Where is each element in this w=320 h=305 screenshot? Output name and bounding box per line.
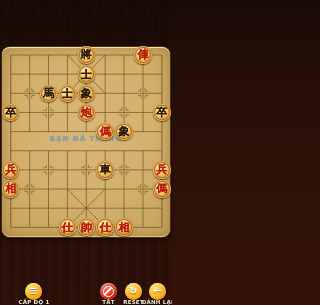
piece-black-馬[interactable]: 馬 — [40, 85, 58, 103]
piece-red-傌[interactable]: 傌 — [96, 123, 114, 141]
piece-black-卒[interactable]: 卒 — [2, 104, 20, 122]
undo-button-label: ĐÁNH LẠI — [142, 299, 172, 305]
menu-list-icon: ≡ — [29, 286, 37, 296]
pieces-layer: 將俥士馬士象卒炮卒傌象兵車兵相傌仕帥仕相 — [1, 45, 171, 236]
piece-red-炮[interactable]: 炮 — [78, 104, 96, 122]
piece-red-兵[interactable]: 兵 — [2, 161, 20, 179]
piece-black-士[interactable]: 士 — [78, 65, 96, 83]
reset-button[interactable]: ↻ — [125, 283, 143, 301]
piece-red-仕[interactable]: 仕 — [96, 218, 114, 236]
undo-button[interactable]: ← — [149, 283, 167, 301]
piece-black-卒[interactable]: 卒 — [153, 104, 171, 122]
piece-red-仕[interactable]: 仕 — [59, 218, 77, 236]
mute-button-label: TẮT — [102, 299, 114, 305]
refresh-icon: ↻ — [129, 286, 137, 296]
piece-black-將[interactable]: 將 — [78, 46, 96, 64]
reset-button-label: RESET — [123, 299, 143, 305]
piece-red-帥[interactable]: 帥 — [78, 218, 96, 236]
level-button[interactable]: ≡ — [25, 283, 43, 301]
piece-red-俥[interactable]: 俥 — [134, 46, 152, 64]
piece-black-象[interactable]: 象 — [78, 85, 96, 103]
mute-icon — [103, 286, 114, 297]
back-arrow-icon: ← — [153, 286, 161, 296]
piece-red-相[interactable]: 相 — [115, 218, 133, 236]
xiangqi-board[interactable]: BẠN ĐÃ THẮNG 將俥士馬士象卒炮卒傌象兵車兵相傌仕帥仕相 — [2, 47, 170, 237]
level-button-label: CẤP ĐỘ 1 — [19, 299, 50, 305]
piece-black-士[interactable]: 士 — [59, 85, 77, 103]
piece-black-象[interactable]: 象 — [115, 123, 133, 141]
piece-red-相[interactable]: 相 — [2, 180, 20, 198]
xiangqi-app: { "game": "xiangqi", "status": "win-scre… — [0, 0, 172, 305]
piece-black-車[interactable]: 車 — [96, 161, 114, 179]
piece-red-傌[interactable]: 傌 — [153, 180, 171, 198]
mute-button[interactable] — [100, 283, 118, 301]
piece-red-兵[interactable]: 兵 — [153, 161, 171, 179]
